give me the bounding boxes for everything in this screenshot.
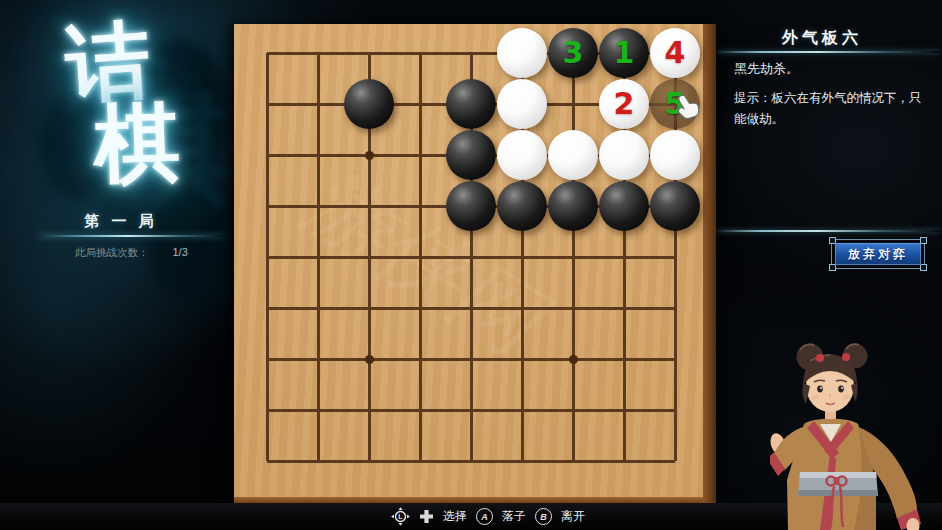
black-stone: [548, 181, 598, 231]
black-stone: 1: [599, 28, 649, 78]
dpad-icon: [419, 509, 434, 524]
white-stone: 2: [599, 79, 649, 129]
black-stone: [650, 181, 700, 231]
puzzle-statement: 黑先劫杀。: [734, 60, 799, 78]
screen: 诘 棋 诘 棋 第一局 此局挑战次数：1/3 游侠网 31425 外气板六 黑先…: [0, 0, 942, 530]
attempts-row: 此局挑战次数：1/3: [75, 246, 188, 260]
right-panel: 外气板六 黑先劫杀。 提示：板六在有外气的情况下，只 能做劫。 放弃对弈: [712, 18, 942, 298]
star-point: [569, 355, 578, 364]
button-divider: [716, 230, 940, 232]
black-stone: [446, 79, 496, 129]
place-stone-label: 落子: [502, 508, 526, 525]
grid-line: [572, 53, 575, 461]
move-number: 2: [599, 79, 649, 129]
left-panel: 诘 棋 诘 棋 第一局 此局挑战次数：1/3: [0, 0, 236, 530]
white-stone: [497, 28, 547, 78]
button-corner: [920, 237, 927, 244]
black-stone: [497, 181, 547, 231]
button-a-icon: A: [476, 508, 493, 525]
hand-cursor-icon: [673, 92, 701, 124]
move-number: 1: [599, 28, 649, 78]
button-corner: [829, 264, 836, 271]
white-stone: 4: [650, 28, 700, 78]
grid-line: [267, 358, 675, 361]
leave-label: 离开: [561, 508, 585, 525]
grid-line: [267, 307, 675, 310]
grid-line: [267, 460, 675, 463]
select-label: 选择: [443, 508, 467, 525]
black-stone: [446, 181, 496, 231]
white-stone: [497, 130, 547, 180]
puzzle-hint: 提示：板六在有外气的情况下，只 能做劫。: [734, 87, 928, 129]
black-stone: 3: [548, 28, 598, 78]
button-corner: [920, 264, 927, 271]
star-point: [365, 355, 374, 364]
hint-line-2: 能做劫。: [734, 111, 784, 126]
round-label: 第一局: [0, 212, 250, 231]
svg-text:L: L: [398, 513, 403, 520]
move-number: 4: [650, 28, 700, 78]
attempts-label: 此局挑战次数：: [75, 246, 149, 258]
title-divider: [716, 51, 940, 53]
puzzle-title: 外气板六: [712, 28, 932, 49]
npc-girl-illustration: [770, 328, 938, 530]
board-face[interactable]: 游侠网 31425: [234, 24, 703, 497]
black-stone: [446, 130, 496, 180]
white-stone: [548, 130, 598, 180]
white-stone: [650, 130, 700, 180]
pending-move-stone[interactable]: 5: [650, 79, 700, 129]
left-divider: [38, 235, 226, 237]
black-stone: [344, 79, 394, 129]
go-board-grid[interactable]: 31425: [234, 24, 703, 497]
left-stick-icon: L: [391, 507, 410, 526]
black-stone: [599, 181, 649, 231]
go-board[interactable]: 游侠网 31425: [234, 24, 716, 506]
attempts-value: 1/3: [173, 246, 188, 258]
move-number: 3: [548, 28, 598, 78]
white-stone: [497, 79, 547, 129]
puzzle-logo-char-bottom: 棋: [92, 85, 182, 205]
board-side-right: [703, 24, 716, 506]
forfeit-button-label[interactable]: 放弃对弈: [835, 243, 921, 265]
button-b-icon: B: [535, 508, 552, 525]
star-point: [365, 151, 374, 160]
forfeit-button[interactable]: 放弃对弈: [831, 239, 925, 269]
grid-line: [267, 409, 675, 412]
white-stone: [599, 130, 649, 180]
hint-line-1: 提示：板六在有外气的情况下，只: [734, 90, 922, 105]
